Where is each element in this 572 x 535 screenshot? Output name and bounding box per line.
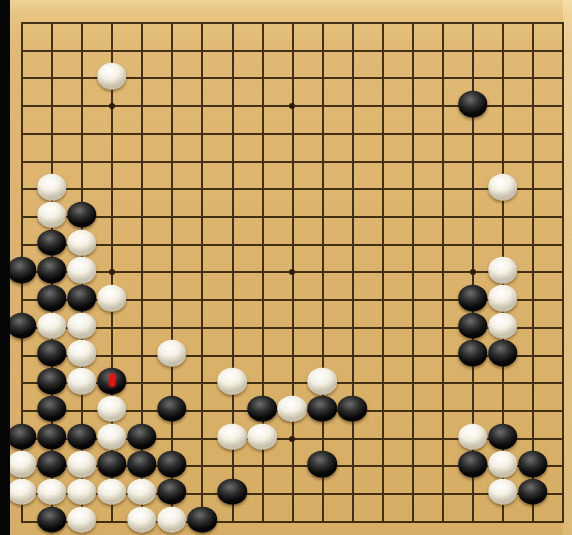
board-cell[interactable]	[37, 286, 67, 314]
board-cell[interactable]	[217, 480, 247, 508]
board-cell[interactable]	[37, 148, 67, 176]
board-cell[interactable]	[488, 286, 518, 314]
board-cell[interactable]	[217, 286, 247, 314]
board-cell[interactable]	[97, 175, 127, 203]
board-cell[interactable]	[67, 397, 97, 425]
board-cell[interactable]	[367, 65, 397, 93]
board-cell[interactable]	[97, 425, 127, 453]
board-cell[interactable]	[458, 203, 488, 231]
board-cell[interactable]	[307, 148, 337, 176]
board-cell[interactable]	[518, 259, 548, 287]
board-cell[interactable]	[247, 148, 277, 176]
board-cell[interactable]	[187, 37, 217, 65]
board-cell[interactable]	[428, 425, 458, 453]
board-cell[interactable]	[518, 37, 548, 65]
board-cell[interactable]	[187, 9, 217, 37]
board-cell[interactable]	[337, 148, 367, 176]
board-cell[interactable]	[37, 314, 67, 342]
board-cell[interactable]	[157, 92, 187, 120]
board-cell[interactable]	[247, 37, 277, 65]
board-cell[interactable]	[217, 342, 247, 370]
board-cell[interactable]	[217, 314, 247, 342]
board-cell[interactable]	[398, 92, 428, 120]
board-cell[interactable]	[217, 9, 247, 37]
board-cell[interactable]	[398, 175, 428, 203]
board-cell[interactable]	[307, 203, 337, 231]
board-cell[interactable]	[518, 425, 548, 453]
board-cell[interactable]	[307, 175, 337, 203]
board-cell[interactable]	[307, 425, 337, 453]
board-cell[interactable]	[548, 314, 572, 342]
board-cell[interactable]	[367, 259, 397, 287]
board-cell[interactable]	[37, 120, 67, 148]
board-cell[interactable]	[428, 508, 458, 535]
board-cell[interactable]	[247, 286, 277, 314]
board-cell[interactable]	[127, 231, 157, 259]
board-cell[interactable]	[277, 120, 307, 148]
board-cell[interactable]	[488, 231, 518, 259]
board-cell[interactable]	[428, 369, 458, 397]
board-cell[interactable]	[97, 9, 127, 37]
board-cell[interactable]	[67, 231, 97, 259]
board-cell[interactable]	[127, 65, 157, 93]
board-cell[interactable]	[367, 314, 397, 342]
board-cell[interactable]	[127, 452, 157, 480]
board-cell[interactable]	[217, 175, 247, 203]
board-cell[interactable]	[277, 452, 307, 480]
board-cell[interactable]	[97, 286, 127, 314]
board-cell[interactable]	[428, 37, 458, 65]
board-cell[interactable]	[277, 9, 307, 37]
board-cell[interactable]	[157, 397, 187, 425]
board-cell[interactable]	[217, 203, 247, 231]
board-cell[interactable]	[458, 175, 488, 203]
board-cell[interactable]	[37, 369, 67, 397]
board-cell[interactable]	[518, 397, 548, 425]
board-cell[interactable]	[337, 342, 367, 370]
board-cell[interactable]	[97, 452, 127, 480]
board-cell[interactable]	[277, 148, 307, 176]
board-cell[interactable]	[518, 314, 548, 342]
board-cell[interactable]	[247, 314, 277, 342]
board-cell[interactable]	[307, 231, 337, 259]
board-cell[interactable]	[217, 508, 247, 535]
board-cell[interactable]	[187, 314, 217, 342]
board-cell[interactable]	[67, 452, 97, 480]
board-cell[interactable]	[337, 120, 367, 148]
board-cell[interactable]	[548, 342, 572, 370]
board-cell[interactable]	[488, 175, 518, 203]
board-cell[interactable]	[398, 397, 428, 425]
board-cell[interactable]	[97, 397, 127, 425]
board-cell[interactable]	[488, 120, 518, 148]
board-cell[interactable]	[428, 231, 458, 259]
board-cell[interactable]	[247, 369, 277, 397]
board-cell[interactable]	[518, 120, 548, 148]
board-cell[interactable]	[548, 259, 572, 287]
board-cell[interactable]	[488, 369, 518, 397]
board-cell[interactable]	[97, 342, 127, 370]
board-cell[interactable]	[277, 203, 307, 231]
board-cell[interactable]	[367, 92, 397, 120]
board-cell[interactable]	[458, 397, 488, 425]
board-cell[interactable]	[7, 175, 37, 203]
board-cell[interactable]	[458, 452, 488, 480]
board-cell[interactable]	[37, 452, 67, 480]
board-cell[interactable]	[97, 259, 127, 287]
board-cell[interactable]	[307, 369, 337, 397]
board-cell[interactable]	[187, 203, 217, 231]
board-cell[interactable]	[277, 425, 307, 453]
board-cell[interactable]	[398, 203, 428, 231]
board-cell[interactable]	[127, 9, 157, 37]
board-cell[interactable]	[7, 480, 37, 508]
board-cell[interactable]	[548, 286, 572, 314]
board-cell[interactable]	[428, 342, 458, 370]
board-cell[interactable]	[157, 452, 187, 480]
board-cell[interactable]	[67, 286, 97, 314]
board-cell[interactable]	[7, 65, 37, 93]
board-cell[interactable]	[157, 286, 187, 314]
board-cell[interactable]	[488, 480, 518, 508]
board-cell[interactable]	[367, 231, 397, 259]
board-cell[interactable]	[217, 65, 247, 93]
board-cell[interactable]	[127, 148, 157, 176]
board-cell[interactable]	[7, 286, 37, 314]
board-cell[interactable]	[277, 508, 307, 535]
board-cell[interactable]	[7, 37, 37, 65]
board-cell[interactable]	[458, 92, 488, 120]
board-cell[interactable]	[277, 37, 307, 65]
board-cell[interactable]	[37, 397, 67, 425]
board-cell[interactable]	[367, 508, 397, 535]
board-cell[interactable]	[488, 508, 518, 535]
board-cell[interactable]	[7, 231, 37, 259]
board-cell[interactable]	[458, 508, 488, 535]
board-cell[interactable]	[548, 231, 572, 259]
board-cell[interactable]	[367, 9, 397, 37]
board-cell[interactable]	[247, 231, 277, 259]
board-cell[interactable]	[7, 452, 37, 480]
board-cell[interactable]	[428, 480, 458, 508]
board-cell[interactable]	[127, 314, 157, 342]
board-cell[interactable]	[217, 231, 247, 259]
board-cell[interactable]	[337, 203, 367, 231]
board-cell[interactable]	[67, 259, 97, 287]
board-cell[interactable]	[428, 452, 458, 480]
board-cell[interactable]	[428, 203, 458, 231]
board-cell[interactable]	[37, 37, 67, 65]
board-cell[interactable]	[247, 508, 277, 535]
board-cell[interactable]	[548, 203, 572, 231]
board-cell[interactable]	[488, 425, 518, 453]
board-cell[interactable]	[398, 314, 428, 342]
board-cell[interactable]	[337, 480, 367, 508]
board-cell[interactable]	[187, 369, 217, 397]
board-cell[interactable]	[548, 425, 572, 453]
board-cell[interactable]	[127, 37, 157, 65]
board-cell[interactable]	[157, 342, 187, 370]
board-cell[interactable]	[37, 425, 67, 453]
board-cell[interactable]	[187, 65, 217, 93]
board-cell[interactable]	[337, 175, 367, 203]
board-cell[interactable]	[337, 314, 367, 342]
board-cell[interactable]	[398, 369, 428, 397]
board-cell[interactable]	[7, 314, 37, 342]
board-cell[interactable]	[37, 9, 67, 37]
board-cell[interactable]	[97, 314, 127, 342]
board-cell[interactable]	[187, 259, 217, 287]
board-cell[interactable]	[187, 342, 217, 370]
board-cell[interactable]	[7, 397, 37, 425]
board-cell[interactable]	[428, 259, 458, 287]
board-cell[interactable]	[518, 231, 548, 259]
board-cell[interactable]	[127, 397, 157, 425]
board-cell[interactable]	[307, 452, 337, 480]
board-cell[interactable]	[157, 425, 187, 453]
board-cell[interactable]	[127, 92, 157, 120]
board-cell[interactable]	[247, 425, 277, 453]
board-cell[interactable]	[518, 92, 548, 120]
board-cell[interactable]	[518, 65, 548, 93]
board-cell[interactable]	[277, 397, 307, 425]
board-cell[interactable]	[398, 120, 428, 148]
board-cell[interactable]	[548, 452, 572, 480]
board-cell[interactable]	[67, 9, 97, 37]
board-cell[interactable]	[187, 425, 217, 453]
board-cell[interactable]	[428, 65, 458, 93]
board-cell[interactable]	[307, 65, 337, 93]
board-cell[interactable]	[488, 397, 518, 425]
board-cell[interactable]	[548, 9, 572, 37]
board-cell[interactable]	[548, 175, 572, 203]
board-cell[interactable]	[247, 65, 277, 93]
board-cell[interactable]	[157, 175, 187, 203]
board-cell[interactable]	[7, 92, 37, 120]
board-cell[interactable]	[488, 203, 518, 231]
board-cell[interactable]	[7, 9, 37, 37]
board-cell[interactable]	[127, 120, 157, 148]
board-cell[interactable]	[548, 480, 572, 508]
board-cell[interactable]	[398, 231, 428, 259]
board-cell[interactable]	[127, 203, 157, 231]
board-cell[interactable]	[307, 342, 337, 370]
board-cell[interactable]	[217, 120, 247, 148]
board-cell[interactable]	[367, 369, 397, 397]
board-cell[interactable]	[97, 231, 127, 259]
board-cell[interactable]	[307, 37, 337, 65]
board-cell[interactable]	[67, 480, 97, 508]
board-cell[interactable]	[127, 480, 157, 508]
board-cell[interactable]	[7, 508, 37, 535]
board-cell[interactable]	[548, 37, 572, 65]
board-cell[interactable]	[488, 314, 518, 342]
board-cell[interactable]	[398, 259, 428, 287]
board-cell[interactable]	[217, 37, 247, 65]
board-cell[interactable]	[458, 148, 488, 176]
board-cell[interactable]	[307, 259, 337, 287]
board-cell[interactable]	[337, 452, 367, 480]
board-cell[interactable]	[127, 286, 157, 314]
board-cell[interactable]	[518, 342, 548, 370]
board-cell[interactable]	[337, 65, 367, 93]
board-cell[interactable]	[458, 342, 488, 370]
board-cell[interactable]	[428, 397, 458, 425]
board-cell[interactable]	[187, 92, 217, 120]
board-cell[interactable]	[67, 65, 97, 93]
board-cell[interactable]	[307, 9, 337, 37]
board-cell[interactable]	[37, 259, 67, 287]
board-cell[interactable]	[398, 508, 428, 535]
board-cell[interactable]	[488, 37, 518, 65]
board-cell[interactable]	[67, 342, 97, 370]
board-cell[interactable]	[67, 508, 97, 535]
board-cell[interactable]	[7, 120, 37, 148]
board-cell[interactable]	[67, 369, 97, 397]
board-cell[interactable]	[97, 37, 127, 65]
board-cell[interactable]	[458, 286, 488, 314]
board-cell[interactable]	[7, 148, 37, 176]
board-cell[interactable]	[67, 37, 97, 65]
board-cell[interactable]	[367, 37, 397, 65]
board-cell[interactable]	[97, 508, 127, 535]
board-cell[interactable]	[307, 508, 337, 535]
board-cell[interactable]	[277, 175, 307, 203]
board-cell[interactable]	[458, 120, 488, 148]
board-cell[interactable]	[398, 9, 428, 37]
board-cell[interactable]	[37, 92, 67, 120]
board-cell[interactable]	[127, 259, 157, 287]
board-cell[interactable]	[428, 120, 458, 148]
board-cell[interactable]	[97, 92, 127, 120]
board-cell[interactable]	[398, 286, 428, 314]
board-cell[interactable]	[518, 286, 548, 314]
board-cell[interactable]	[37, 480, 67, 508]
board-cell[interactable]	[97, 480, 127, 508]
board-cell[interactable]	[277, 480, 307, 508]
board-cell[interactable]	[367, 480, 397, 508]
board-cell[interactable]	[187, 148, 217, 176]
board-cell[interactable]	[367, 397, 397, 425]
board-cell[interactable]	[187, 508, 217, 535]
board-cell[interactable]	[217, 148, 247, 176]
board-cell[interactable]	[67, 92, 97, 120]
board-cell[interactable]	[337, 286, 367, 314]
board-cell[interactable]	[458, 480, 488, 508]
board-cell[interactable]	[157, 148, 187, 176]
board-cell[interactable]	[337, 259, 367, 287]
board-cell[interactable]	[97, 65, 127, 93]
board-cell[interactable]	[337, 9, 367, 37]
board-cell[interactable]	[398, 452, 428, 480]
board-cell[interactable]	[37, 175, 67, 203]
board-cell[interactable]	[97, 369, 127, 397]
board-cell[interactable]	[157, 37, 187, 65]
board-cell[interactable]	[398, 480, 428, 508]
board-cell[interactable]	[157, 65, 187, 93]
board-cell[interactable]	[518, 148, 548, 176]
board-cell[interactable]	[548, 65, 572, 93]
board-cell[interactable]	[367, 425, 397, 453]
board-cell[interactable]	[247, 175, 277, 203]
board-cell[interactable]	[548, 508, 572, 535]
board-cell[interactable]	[277, 342, 307, 370]
board-cell[interactable]	[157, 314, 187, 342]
board-cell[interactable]	[458, 425, 488, 453]
board-cell[interactable]	[337, 425, 367, 453]
board-cell[interactable]	[337, 92, 367, 120]
board-cell[interactable]	[277, 369, 307, 397]
board-cell[interactable]	[277, 286, 307, 314]
board-cell[interactable]	[157, 203, 187, 231]
board-cell[interactable]	[518, 175, 548, 203]
board-cell[interactable]	[217, 92, 247, 120]
board-cell[interactable]	[7, 369, 37, 397]
board-cell[interactable]	[67, 314, 97, 342]
board-cell[interactable]	[428, 175, 458, 203]
board-cell[interactable]	[247, 342, 277, 370]
board-cell[interactable]	[398, 342, 428, 370]
board-cell[interactable]	[367, 286, 397, 314]
board-cell[interactable]	[367, 175, 397, 203]
board-cell[interactable]	[518, 452, 548, 480]
board-cell[interactable]	[187, 286, 217, 314]
board-cell[interactable]	[488, 452, 518, 480]
board-cell[interactable]	[428, 286, 458, 314]
board-cell[interactable]	[277, 65, 307, 93]
board-cell[interactable]	[67, 148, 97, 176]
board-cell[interactable]	[367, 120, 397, 148]
board-cell[interactable]	[488, 92, 518, 120]
board-cell[interactable]	[247, 397, 277, 425]
board-cell[interactable]	[127, 342, 157, 370]
board-cell[interactable]	[37, 231, 67, 259]
board-cell[interactable]	[127, 175, 157, 203]
board-cell[interactable]	[367, 452, 397, 480]
board-cell[interactable]	[217, 397, 247, 425]
board-cell[interactable]	[157, 369, 187, 397]
board-cell[interactable]	[187, 120, 217, 148]
board-cell[interactable]	[187, 397, 217, 425]
board-cell[interactable]	[518, 203, 548, 231]
board-cell[interactable]	[67, 175, 97, 203]
board-cell[interactable]	[97, 148, 127, 176]
board-cell[interactable]	[428, 314, 458, 342]
board-cell[interactable]	[488, 259, 518, 287]
board-cell[interactable]	[97, 203, 127, 231]
board-cell[interactable]	[37, 508, 67, 535]
board-cell[interactable]	[127, 508, 157, 535]
board-cell[interactable]	[398, 148, 428, 176]
board-cell[interactable]	[367, 148, 397, 176]
board-cell[interactable]	[67, 425, 97, 453]
board-cell[interactable]	[337, 369, 367, 397]
board-cell[interactable]	[217, 452, 247, 480]
board-cell[interactable]	[7, 203, 37, 231]
board-cell[interactable]	[247, 120, 277, 148]
board-cell[interactable]	[97, 120, 127, 148]
board-cell[interactable]	[7, 342, 37, 370]
board-cell[interactable]	[277, 92, 307, 120]
board-cell[interactable]	[367, 342, 397, 370]
board-cell[interactable]	[277, 259, 307, 287]
board-cell[interactable]	[307, 92, 337, 120]
board-cell[interactable]	[307, 120, 337, 148]
board-cell[interactable]	[187, 480, 217, 508]
board-cell[interactable]	[157, 120, 187, 148]
board-cell[interactable]	[67, 120, 97, 148]
board-cell[interactable]	[398, 37, 428, 65]
